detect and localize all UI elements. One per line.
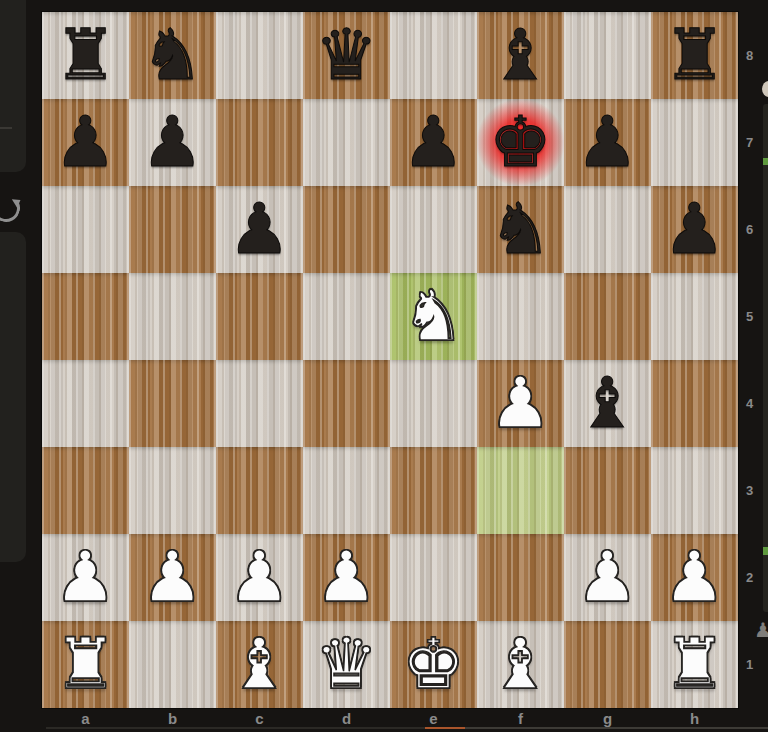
square-f5[interactable] [477,273,564,360]
undo-arrow-icon[interactable] [0,190,24,225]
square-a7[interactable]: ♟ [42,99,129,186]
piece-black-knight[interactable]: ♞ [141,12,204,99]
wood-grain [651,99,738,186]
green-marker-bottom [763,547,768,555]
square-e2[interactable] [390,534,477,621]
square-e3[interactable] [390,447,477,534]
bottom-line-left [46,727,425,729]
piece-black-knight[interactable]: ♞ [489,186,552,273]
square-b5[interactable] [129,273,216,360]
piece-black-pawn[interactable]: ♟ [402,99,465,186]
wood-grain [564,621,651,708]
square-c4[interactable] [216,360,303,447]
square-h8[interactable]: ♜ [651,12,738,99]
square-d7[interactable] [303,99,390,186]
rank-label-3: 3 [746,447,762,534]
square-a8[interactable]: ♜ [42,12,129,99]
wood-grain [390,534,477,621]
square-d3[interactable] [303,447,390,534]
square-a3[interactable] [42,447,129,534]
wood-grain [390,12,477,99]
green-marker-top [763,158,768,165]
mini-pawn-icon: ♟ [754,618,768,642]
square-c3[interactable] [216,447,303,534]
wood-grain [477,534,564,621]
square-h7[interactable] [651,99,738,186]
square-e5[interactable]: ♞ [390,273,477,360]
square-c8[interactable] [216,12,303,99]
square-g7[interactable]: ♟ [564,99,651,186]
rank-label-8: 8 [746,12,762,99]
wood-grain [216,12,303,99]
square-c6[interactable]: ♟ [216,186,303,273]
square-f7[interactable]: ♚ [477,99,564,186]
rank-label-6: 6 [746,186,762,273]
wood-grain [390,447,477,534]
bottom-line-right [465,727,768,729]
piece-black-bishop[interactable]: ♝ [576,360,639,447]
square-a6[interactable] [42,186,129,273]
square-b7[interactable]: ♟ [129,99,216,186]
piece-black-pawn[interactable]: ♟ [228,186,291,273]
square-d8[interactable]: ♛ [303,12,390,99]
square-d2[interactable]: ♟ [303,534,390,621]
square-g4[interactable]: ♝ [564,360,651,447]
piece-black-queen[interactable]: ♛ [315,12,378,99]
square-f1[interactable]: ♝ [477,621,564,708]
file-label-g: g [564,710,651,727]
square-b2[interactable]: ♟ [129,534,216,621]
square-g8[interactable] [564,12,651,99]
square-g5[interactable] [564,273,651,360]
wood-grain [564,447,651,534]
square-f3[interactable] [477,447,564,534]
wood-grain [303,273,390,360]
wood-grain [216,99,303,186]
wood-grain [216,273,303,360]
piece-black-rook[interactable]: ♜ [54,12,117,99]
square-b4[interactable] [129,360,216,447]
file-label-f: f [477,710,564,727]
file-label-b: b [129,710,216,727]
square-f2[interactable] [477,534,564,621]
piece-white-pawn[interactable]: ♟ [576,534,639,621]
piece-white-pawn[interactable]: ♟ [663,534,726,621]
piece-black-pawn[interactable]: ♟ [141,99,204,186]
square-b1[interactable] [129,621,216,708]
piece-white-pawn[interactable]: ♟ [228,534,291,621]
piece-white-pawn[interactable]: ♟ [54,534,117,621]
wood-grain [42,273,129,360]
square-h2[interactable]: ♟ [651,534,738,621]
piece-black-pawn[interactable]: ♟ [54,99,117,186]
square-b3[interactable] [129,447,216,534]
right-panel-edge [763,104,768,612]
wood-grain [303,447,390,534]
square-a2[interactable]: ♟ [42,534,129,621]
piece-white-queen[interactable]: ♛ [315,621,378,708]
wood-grain [216,447,303,534]
wood-grain [564,273,651,360]
wood-grain [390,360,477,447]
square-d5[interactable] [303,273,390,360]
square-b6[interactable] [129,186,216,273]
right-panel-knob [762,81,768,97]
piece-white-pawn[interactable]: ♟ [489,360,552,447]
wood-grain [129,360,216,447]
square-b8[interactable]: ♞ [129,12,216,99]
file-label-d: d [303,710,390,727]
square-f4[interactable]: ♟ [477,360,564,447]
square-c5[interactable] [216,273,303,360]
square-f8[interactable]: ♝ [477,12,564,99]
square-e1[interactable]: ♚ [390,621,477,708]
sidebar-panel-top [0,0,26,172]
square-g1[interactable] [564,621,651,708]
wood-grain [42,360,129,447]
square-g3[interactable] [564,447,651,534]
square-c2[interactable]: ♟ [216,534,303,621]
piece-white-king[interactable]: ♚ [402,621,465,708]
square-f6[interactable]: ♞ [477,186,564,273]
piece-black-king[interactable]: ♚ [489,99,552,186]
sidebar-divider [0,127,12,129]
piece-black-pawn[interactable]: ♟ [663,186,726,273]
piece-black-bishop[interactable]: ♝ [489,12,552,99]
wood-grain [651,360,738,447]
rank-label-7: 7 [746,99,762,186]
wood-grain [216,360,303,447]
piece-white-bishop[interactable]: ♝ [489,621,552,708]
piece-white-pawn[interactable]: ♟ [315,534,378,621]
file-label-a: a [42,710,129,727]
wood-grain [129,273,216,360]
square-g6[interactable] [564,186,651,273]
square-h1[interactable]: ♜ [651,621,738,708]
wood-grain [129,447,216,534]
wood-grain [564,186,651,273]
piece-white-rook[interactable]: ♜ [663,621,726,708]
file-label-c: c [216,710,303,727]
wood-grain [42,447,129,534]
square-e7[interactable]: ♟ [390,99,477,186]
sidebar-panel-bottom [0,232,26,562]
square-a5[interactable] [42,273,129,360]
square-c1[interactable]: ♝ [216,621,303,708]
wood-grain [651,447,738,534]
rank-label-4: 4 [746,360,762,447]
wood-grain [303,99,390,186]
piece-black-pawn[interactable]: ♟ [576,99,639,186]
wood-grain [129,186,216,273]
square-d4[interactable] [303,360,390,447]
square-c7[interactable] [216,99,303,186]
wood-grain [564,12,651,99]
wood-grain [390,186,477,273]
piece-white-pawn[interactable]: ♟ [141,534,204,621]
square-e8[interactable] [390,12,477,99]
square-d1[interactable]: ♛ [303,621,390,708]
piece-white-bishop[interactable]: ♝ [228,621,291,708]
wood-grain [42,186,129,273]
piece-black-rook[interactable]: ♜ [663,12,726,99]
square-h6[interactable]: ♟ [651,186,738,273]
square-d6[interactable] [303,186,390,273]
rank-label-5: 5 [746,273,762,360]
square-e4[interactable] [390,360,477,447]
wood-grain [477,273,564,360]
square-a4[interactable] [42,360,129,447]
bottom-line-orange-segment [425,727,465,729]
wood-grain [129,621,216,708]
wood-grain [651,273,738,360]
square-a1[interactable]: ♜ [42,621,129,708]
rank-label-2: 2 [746,534,762,621]
square-h4[interactable] [651,360,738,447]
square-e6[interactable] [390,186,477,273]
square-h5[interactable] [651,273,738,360]
square-h3[interactable] [651,447,738,534]
wood-grain [303,360,390,447]
piece-white-rook[interactable]: ♜ [54,621,117,708]
piece-white-knight[interactable]: ♞ [402,273,465,360]
square-g2[interactable]: ♟ [564,534,651,621]
wood-grain [303,186,390,273]
file-label-e: e [390,710,477,727]
wood-grain [477,447,564,534]
file-label-h: h [651,710,738,727]
chess-board: ♜♞♛♝♜♟♟♟♚♟♟♞♟♞♟♝♟♟♟♟♟♟♜♝♛♚♝♜ [42,12,738,708]
